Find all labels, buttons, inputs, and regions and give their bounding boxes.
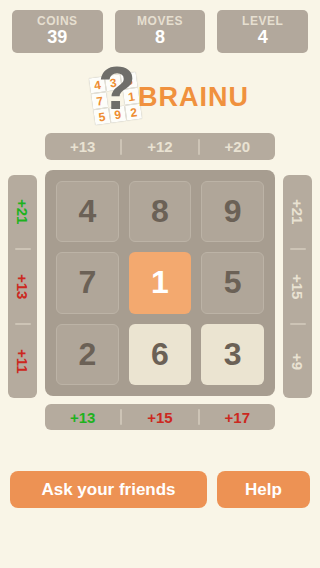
clue-top-col1: +13 [45,138,120,155]
grid-cell-r1c3[interactable]: 9 [201,181,264,242]
clue-left-row3: +11 [14,325,31,398]
clue-right-row2: +15 [289,250,306,323]
moves-value: 8 [155,28,165,48]
moves-stat: MOVES 8 [115,10,206,53]
level-stat: LEVEL 4 [217,10,308,53]
grid-cell-r3c2[interactable]: 6 [129,324,192,385]
left-clue-bar: +21 +13 +11 [8,175,37,398]
grid-cell-r3c3[interactable]: 3 [201,324,264,385]
clue-right-row3: +9 [289,325,306,398]
cell-number: 8 [151,193,169,230]
grid-cell-r1c1[interactable]: 4 [56,181,119,242]
puzzle-board: 4 8 9 7 1 5 2 6 3 [45,170,275,396]
cell-number: 1 [151,264,169,301]
top-clue-bar: +13 +12 +20 [45,133,275,160]
clue-left-row1: +21 [14,175,31,248]
logo: 4 3 8 7 1 5 9 2 ? BRAINU [88,66,273,128]
clue-top-col3: +20 [200,138,275,155]
cell-number: 5 [224,264,242,301]
grid-cell-r2c1[interactable]: 7 [56,252,119,313]
cell-number: 4 [78,193,96,230]
logo-title: BRAINU [138,82,249,113]
coins-value: 39 [47,28,67,48]
grid-cell-r2c2[interactable]: 1 [129,252,192,313]
cell-number: 6 [151,336,169,373]
game-screen: COINS 39 MOVES 8 LEVEL 4 4 3 8 7 1 5 9 2… [0,0,320,568]
clue-bottom-col3: +17 [200,409,275,426]
coins-stat: COINS 39 [12,10,103,53]
help-button[interactable]: Help [217,471,310,508]
grid-cell-r2c3[interactable]: 5 [201,252,264,313]
clue-right-row1: +21 [289,175,306,248]
cell-number: 2 [78,336,96,373]
clue-left-row2: +13 [14,250,31,323]
cell-number: 7 [78,264,96,301]
stats-bar: COINS 39 MOVES 8 LEVEL 4 [0,10,320,53]
question-mark-icon: ? [98,57,136,119]
grid-cell-r1c2[interactable]: 8 [129,181,192,242]
ask-friends-button[interactable]: Ask your friends [10,471,207,508]
bottom-clue-bar: +13 +15 +17 [45,404,275,430]
level-value: 4 [258,28,268,48]
right-clue-bar: +21 +15 +9 [283,175,312,398]
clue-bottom-col2: +15 [122,409,197,426]
cell-number: 9 [224,193,242,230]
grid-cell-r3c1[interactable]: 2 [56,324,119,385]
clue-top-col2: +12 [122,138,197,155]
clue-bottom-col1: +13 [45,409,120,426]
cell-number: 3 [224,336,242,373]
